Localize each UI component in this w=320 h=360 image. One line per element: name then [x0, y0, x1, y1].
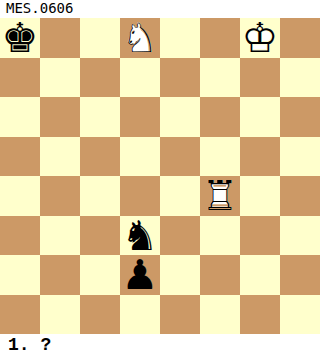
piece-outline-layer: ♔ — [240, 18, 280, 58]
square-e6[interactable] — [160, 97, 200, 137]
square-c7[interactable] — [80, 58, 120, 98]
square-g6[interactable] — [240, 97, 280, 137]
square-h1[interactable] — [280, 295, 320, 335]
square-d8[interactable]: ♞♘ — [120, 18, 160, 58]
square-f7[interactable] — [200, 58, 240, 98]
square-d5[interactable] — [120, 137, 160, 177]
piece-solid-layer: ♟ — [120, 255, 160, 295]
square-h7[interactable] — [280, 58, 320, 98]
square-d7[interactable] — [120, 58, 160, 98]
chess-board: ♚♞♘♚♔♜♖♞♟ — [0, 18, 320, 334]
square-d6[interactable] — [120, 97, 160, 137]
square-c8[interactable] — [80, 18, 120, 58]
square-a5[interactable] — [0, 137, 40, 177]
square-h6[interactable] — [280, 97, 320, 137]
square-h2[interactable] — [280, 255, 320, 295]
square-b6[interactable] — [40, 97, 80, 137]
square-a1[interactable] — [0, 295, 40, 335]
piece-solid-layer: ♚ — [0, 18, 40, 58]
square-g8[interactable]: ♚♔ — [240, 18, 280, 58]
square-g3[interactable] — [240, 216, 280, 256]
square-b4[interactable] — [40, 176, 80, 216]
square-e1[interactable] — [160, 295, 200, 335]
square-h4[interactable] — [280, 176, 320, 216]
white-king-g8-icon[interactable]: ♚♔ — [240, 18, 280, 58]
square-e5[interactable] — [160, 137, 200, 177]
square-a2[interactable] — [0, 255, 40, 295]
square-h3[interactable] — [280, 216, 320, 256]
black-king-a8-icon[interactable]: ♚ — [0, 18, 40, 58]
square-f5[interactable] — [200, 137, 240, 177]
square-a6[interactable] — [0, 97, 40, 137]
square-g7[interactable] — [240, 58, 280, 98]
square-f4[interactable]: ♜♖ — [200, 176, 240, 216]
square-b3[interactable] — [40, 216, 80, 256]
square-g4[interactable] — [240, 176, 280, 216]
square-c1[interactable] — [80, 295, 120, 335]
square-c5[interactable] — [80, 137, 120, 177]
white-rook-f4-icon[interactable]: ♜♖ — [200, 176, 240, 216]
square-d4[interactable] — [120, 176, 160, 216]
square-a4[interactable] — [0, 176, 40, 216]
square-c4[interactable] — [80, 176, 120, 216]
square-a8[interactable]: ♚ — [0, 18, 40, 58]
square-f2[interactable] — [200, 255, 240, 295]
piece-solid-layer: ♞ — [120, 216, 160, 256]
square-h8[interactable] — [280, 18, 320, 58]
square-b5[interactable] — [40, 137, 80, 177]
square-f1[interactable] — [200, 295, 240, 335]
square-e7[interactable] — [160, 58, 200, 98]
white-knight-d8-icon[interactable]: ♞♘ — [120, 18, 160, 58]
square-h5[interactable] — [280, 137, 320, 177]
square-g1[interactable] — [240, 295, 280, 335]
square-e8[interactable] — [160, 18, 200, 58]
square-d1[interactable] — [120, 295, 160, 335]
black-knight-d3-icon[interactable]: ♞ — [120, 216, 160, 256]
square-c3[interactable] — [80, 216, 120, 256]
square-a7[interactable] — [0, 58, 40, 98]
square-a3[interactable] — [0, 216, 40, 256]
square-b1[interactable] — [40, 295, 80, 335]
square-b7[interactable] — [40, 58, 80, 98]
square-b8[interactable] — [40, 18, 80, 58]
square-d3[interactable]: ♞ — [120, 216, 160, 256]
square-f8[interactable] — [200, 18, 240, 58]
square-e3[interactable] — [160, 216, 200, 256]
black-pawn-d2-icon[interactable]: ♟ — [120, 255, 160, 295]
square-g5[interactable] — [240, 137, 280, 177]
square-e4[interactable] — [160, 176, 200, 216]
square-c6[interactable] — [80, 97, 120, 137]
piece-outline-layer: ♘ — [120, 18, 160, 58]
square-b2[interactable] — [40, 255, 80, 295]
square-e2[interactable] — [160, 255, 200, 295]
move-prompt: 1. ? — [8, 334, 51, 356]
square-c2[interactable] — [80, 255, 120, 295]
square-g2[interactable] — [240, 255, 280, 295]
piece-outline-layer: ♖ — [200, 176, 240, 216]
square-f3[interactable] — [200, 216, 240, 256]
square-f6[interactable] — [200, 97, 240, 137]
square-d2[interactable]: ♟ — [120, 255, 160, 295]
